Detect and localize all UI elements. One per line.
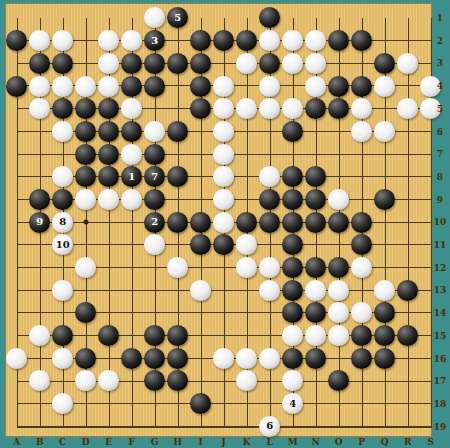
white-stone bbox=[351, 302, 372, 323]
black-stone bbox=[374, 189, 395, 210]
black-stone bbox=[98, 121, 119, 142]
black-stone bbox=[75, 348, 96, 369]
white-stone bbox=[259, 166, 280, 187]
black-stone bbox=[75, 121, 96, 142]
black-stone bbox=[374, 302, 395, 323]
column-label-Q: Q bbox=[381, 437, 389, 447]
black-stone bbox=[282, 189, 303, 210]
white-stone bbox=[305, 30, 326, 51]
column-label-P: P bbox=[358, 437, 365, 447]
white-stone bbox=[98, 53, 119, 74]
white-stone: 6 bbox=[259, 416, 280, 437]
white-stone bbox=[236, 257, 257, 278]
black-stone bbox=[351, 325, 372, 346]
row-label-14: 14 bbox=[434, 308, 447, 318]
row-label-7: 7 bbox=[437, 149, 443, 159]
white-stone bbox=[374, 76, 395, 97]
black-stone bbox=[305, 302, 326, 323]
white-stone bbox=[282, 325, 303, 346]
white-stone bbox=[213, 76, 234, 97]
white-stone bbox=[167, 257, 188, 278]
black-stone bbox=[144, 144, 165, 165]
white-stone bbox=[282, 370, 303, 391]
black-stone bbox=[282, 121, 303, 142]
stones-layer: 53179281046 bbox=[5, 7, 442, 438]
column-label-N: N bbox=[312, 437, 320, 447]
row-label-3: 3 bbox=[437, 58, 443, 68]
white-stone bbox=[259, 98, 280, 119]
white-stone bbox=[98, 76, 119, 97]
black-stone bbox=[190, 212, 211, 233]
white-stone bbox=[328, 325, 349, 346]
row-label-8: 8 bbox=[437, 172, 443, 182]
row-label-9: 9 bbox=[437, 195, 443, 205]
black-stone bbox=[305, 189, 326, 210]
column-label-K: K bbox=[243, 437, 251, 447]
black-stone bbox=[167, 166, 188, 187]
white-stone bbox=[305, 280, 326, 301]
black-stone bbox=[351, 348, 372, 369]
white-stone bbox=[98, 189, 119, 210]
black-stone bbox=[374, 325, 395, 346]
black-stone bbox=[52, 325, 73, 346]
white-stone bbox=[52, 280, 73, 301]
white-stone bbox=[213, 98, 234, 119]
white-stone bbox=[144, 234, 165, 255]
black-stone bbox=[190, 53, 211, 74]
white-stone bbox=[6, 348, 27, 369]
black-stone bbox=[236, 212, 257, 233]
black-stone bbox=[144, 348, 165, 369]
black-stone: 5 bbox=[167, 7, 188, 28]
white-stone bbox=[236, 348, 257, 369]
black-stone bbox=[98, 144, 119, 165]
white-stone bbox=[259, 280, 280, 301]
black-stone: 3 bbox=[144, 30, 165, 51]
go-board[interactable]: 53179281046 bbox=[5, 3, 432, 437]
white-stone bbox=[213, 189, 234, 210]
column-label-L: L bbox=[267, 437, 273, 447]
black-stone bbox=[282, 166, 303, 187]
black-stone bbox=[52, 189, 73, 210]
column-label-S: S bbox=[427, 437, 434, 447]
white-stone bbox=[236, 53, 257, 74]
column-label-I: I bbox=[199, 437, 203, 447]
white-stone bbox=[259, 257, 280, 278]
white-stone bbox=[121, 189, 142, 210]
black-stone bbox=[190, 393, 211, 414]
black-stone bbox=[190, 30, 211, 51]
white-stone bbox=[328, 302, 349, 323]
move-number-label: 1 bbox=[128, 172, 135, 182]
move-number-label: 8 bbox=[59, 217, 66, 227]
row-label-10: 10 bbox=[434, 217, 447, 227]
column-label-B: B bbox=[36, 437, 44, 447]
black-stone bbox=[328, 370, 349, 391]
move-number-label: 7 bbox=[151, 172, 158, 182]
white-stone bbox=[29, 30, 50, 51]
black-stone bbox=[190, 234, 211, 255]
white-stone bbox=[213, 144, 234, 165]
black-stone bbox=[282, 280, 303, 301]
black-stone bbox=[121, 76, 142, 97]
black-stone bbox=[305, 212, 326, 233]
column-label-R: R bbox=[404, 437, 411, 447]
black-stone bbox=[98, 98, 119, 119]
row-label-4: 4 bbox=[437, 81, 443, 91]
white-stone bbox=[52, 121, 73, 142]
white-stone bbox=[52, 348, 73, 369]
column-label-O: O bbox=[335, 437, 343, 447]
black-stone bbox=[351, 76, 372, 97]
black-stone bbox=[190, 76, 211, 97]
white-stone bbox=[29, 98, 50, 119]
black-stone bbox=[328, 98, 349, 119]
move-number-label: 5 bbox=[174, 13, 181, 23]
black-stone bbox=[282, 302, 303, 323]
white-stone bbox=[374, 121, 395, 142]
row-label-18: 18 bbox=[434, 399, 447, 409]
black-stone bbox=[144, 325, 165, 346]
black-stone: 2 bbox=[144, 212, 165, 233]
black-stone bbox=[328, 30, 349, 51]
black-stone bbox=[259, 212, 280, 233]
black-stone bbox=[121, 121, 142, 142]
white-stone bbox=[121, 144, 142, 165]
column-label-E: E bbox=[105, 437, 112, 447]
go-app-window: 53179281046 ABCDEFGHIJKLMNOPQRS 12345678… bbox=[0, 0, 450, 448]
black-stone bbox=[6, 76, 27, 97]
white-stone bbox=[259, 76, 280, 97]
white-stone bbox=[75, 257, 96, 278]
column-label-C: C bbox=[59, 437, 66, 447]
black-stone bbox=[29, 53, 50, 74]
black-stone bbox=[397, 325, 418, 346]
white-stone bbox=[305, 325, 326, 346]
black-stone bbox=[29, 189, 50, 210]
black-stone: 7 bbox=[144, 166, 165, 187]
white-stone bbox=[213, 348, 234, 369]
white-stone bbox=[121, 98, 142, 119]
move-number-label: 4 bbox=[289, 399, 296, 409]
move-number-label: 9 bbox=[36, 217, 43, 227]
white-stone bbox=[98, 30, 119, 51]
white-stone bbox=[397, 53, 418, 74]
white-stone bbox=[52, 393, 73, 414]
row-label-6: 6 bbox=[437, 127, 443, 137]
black-stone bbox=[305, 348, 326, 369]
white-stone bbox=[236, 234, 257, 255]
white-stone bbox=[213, 212, 234, 233]
black-stone bbox=[6, 30, 27, 51]
white-stone bbox=[282, 98, 303, 119]
black-stone bbox=[259, 189, 280, 210]
black-stone bbox=[167, 121, 188, 142]
white-stone bbox=[29, 325, 50, 346]
black-stone bbox=[259, 7, 280, 28]
white-stone bbox=[351, 257, 372, 278]
row-label-5: 5 bbox=[437, 104, 443, 114]
black-stone bbox=[75, 302, 96, 323]
black-stone: 1 bbox=[121, 166, 142, 187]
black-stone bbox=[167, 212, 188, 233]
move-number-label: 6 bbox=[266, 421, 273, 431]
white-stone bbox=[351, 98, 372, 119]
white-stone bbox=[52, 76, 73, 97]
black-stone bbox=[282, 234, 303, 255]
white-stone bbox=[121, 30, 142, 51]
black-stone bbox=[75, 98, 96, 119]
black-stone bbox=[328, 76, 349, 97]
row-label-16: 16 bbox=[434, 354, 447, 364]
black-stone bbox=[282, 212, 303, 233]
black-stone bbox=[397, 280, 418, 301]
column-label-J: J bbox=[222, 437, 226, 447]
black-stone bbox=[121, 348, 142, 369]
black-stone bbox=[351, 30, 372, 51]
black-stone bbox=[167, 325, 188, 346]
black-stone bbox=[213, 30, 234, 51]
row-label-2: 2 bbox=[437, 36, 443, 46]
white-stone bbox=[75, 370, 96, 391]
row-label-15: 15 bbox=[434, 331, 447, 341]
white-stone: 4 bbox=[282, 393, 303, 414]
column-label-M: M bbox=[288, 437, 298, 447]
black-stone bbox=[144, 370, 165, 391]
white-stone bbox=[75, 76, 96, 97]
black-stone bbox=[144, 53, 165, 74]
black-stone bbox=[282, 348, 303, 369]
white-stone bbox=[190, 280, 211, 301]
white-stone bbox=[75, 189, 96, 210]
white-stone bbox=[282, 30, 303, 51]
black-stone bbox=[328, 257, 349, 278]
row-label-11: 11 bbox=[434, 240, 447, 250]
black-stone bbox=[121, 53, 142, 74]
move-number-label: 2 bbox=[151, 217, 158, 227]
row-label-17: 17 bbox=[434, 376, 447, 386]
black-stone: 9 bbox=[29, 212, 50, 233]
white-stone bbox=[328, 280, 349, 301]
black-stone bbox=[305, 166, 326, 187]
white-stone bbox=[236, 98, 257, 119]
row-label-13: 13 bbox=[434, 285, 447, 295]
black-stone bbox=[167, 370, 188, 391]
white-stone bbox=[29, 370, 50, 391]
black-stone bbox=[75, 144, 96, 165]
black-stone bbox=[167, 348, 188, 369]
white-stone bbox=[397, 98, 418, 119]
column-label-G: G bbox=[151, 437, 159, 447]
black-stone bbox=[144, 189, 165, 210]
column-label-H: H bbox=[173, 437, 182, 447]
black-stone bbox=[98, 166, 119, 187]
black-stone bbox=[351, 234, 372, 255]
white-stone bbox=[259, 30, 280, 51]
white-stone bbox=[213, 121, 234, 142]
black-stone bbox=[213, 234, 234, 255]
black-stone bbox=[305, 257, 326, 278]
white-stone bbox=[144, 7, 165, 28]
row-label-12: 12 bbox=[434, 263, 447, 273]
black-stone bbox=[374, 348, 395, 369]
white-stone bbox=[282, 53, 303, 74]
black-stone bbox=[52, 53, 73, 74]
white-stone: 8 bbox=[52, 212, 73, 233]
black-stone bbox=[52, 98, 73, 119]
column-label-F: F bbox=[128, 437, 134, 447]
black-stone bbox=[75, 166, 96, 187]
row-label-1: 1 bbox=[437, 13, 443, 23]
white-stone bbox=[305, 76, 326, 97]
black-stone bbox=[305, 98, 326, 119]
move-number-label: 10 bbox=[56, 240, 70, 250]
white-stone bbox=[98, 370, 119, 391]
white-stone bbox=[52, 166, 73, 187]
white-stone bbox=[29, 76, 50, 97]
white-stone bbox=[305, 53, 326, 74]
white-stone bbox=[328, 189, 349, 210]
column-label-D: D bbox=[82, 437, 90, 447]
black-stone bbox=[282, 257, 303, 278]
black-stone bbox=[190, 98, 211, 119]
move-number-label: 3 bbox=[151, 36, 158, 46]
white-stone bbox=[374, 280, 395, 301]
black-stone bbox=[374, 53, 395, 74]
white-stone bbox=[144, 121, 165, 142]
black-stone bbox=[236, 30, 257, 51]
black-stone bbox=[351, 212, 372, 233]
black-stone bbox=[167, 53, 188, 74]
row-label-19: 19 bbox=[434, 422, 447, 432]
black-stone bbox=[98, 325, 119, 346]
black-stone bbox=[328, 212, 349, 233]
white-stone bbox=[259, 348, 280, 369]
white-stone bbox=[351, 121, 372, 142]
column-label-A: A bbox=[13, 437, 20, 447]
white-stone bbox=[52, 30, 73, 51]
black-stone bbox=[259, 53, 280, 74]
black-stone bbox=[144, 76, 165, 97]
white-stone: 10 bbox=[52, 234, 73, 255]
white-stone bbox=[213, 166, 234, 187]
white-stone bbox=[236, 370, 257, 391]
